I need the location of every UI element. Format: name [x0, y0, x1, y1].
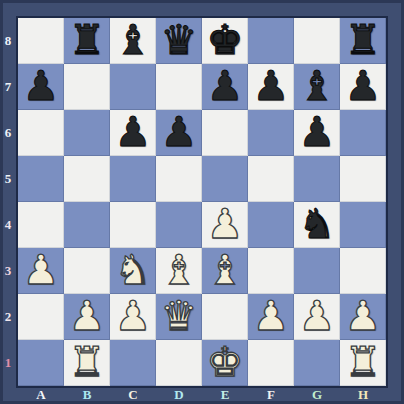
square-a2[interactable]	[18, 294, 64, 340]
square-a1[interactable]	[18, 340, 64, 386]
square-b5[interactable]	[64, 156, 110, 202]
rank-label-8: 8	[0, 18, 16, 64]
square-e8[interactable]: ♚	[202, 18, 248, 64]
piece-white-bishop-d3[interactable]: ♝	[161, 248, 198, 293]
chess-board: ♜♝♛♚♜♟♟♟♝♟♟♟♟♟♞♟♞♝♝♟♟♛♟♟♟♜♚♜	[18, 18, 386, 386]
square-h4[interactable]	[340, 202, 386, 248]
square-e7[interactable]: ♟	[202, 64, 248, 110]
piece-black-pawn-f7[interactable]: ♟	[253, 64, 290, 109]
piece-white-pawn-c2[interactable]: ♟	[115, 294, 152, 339]
square-g3[interactable]	[294, 248, 340, 294]
square-b1[interactable]: ♜	[64, 340, 110, 386]
square-a7[interactable]: ♟	[18, 64, 64, 110]
rank-label-2: 2	[0, 294, 16, 340]
square-c8[interactable]: ♝	[110, 18, 156, 64]
square-f5[interactable]	[248, 156, 294, 202]
square-e1[interactable]: ♚	[202, 340, 248, 386]
piece-white-king-e1[interactable]: ♚	[207, 340, 244, 385]
square-f6[interactable]	[248, 110, 294, 156]
square-d7[interactable]	[156, 64, 202, 110]
piece-black-knight-g4[interactable]: ♞	[299, 202, 336, 247]
square-c6[interactable]: ♟	[110, 110, 156, 156]
square-a8[interactable]	[18, 18, 64, 64]
square-h1[interactable]: ♜	[340, 340, 386, 386]
square-e3[interactable]: ♝	[202, 248, 248, 294]
piece-black-king-e8[interactable]: ♚	[207, 18, 244, 63]
square-g8[interactable]	[294, 18, 340, 64]
square-h7[interactable]: ♟	[340, 64, 386, 110]
square-b3[interactable]	[64, 248, 110, 294]
piece-black-queen-d8[interactable]: ♛	[161, 18, 198, 63]
square-b6[interactable]	[64, 110, 110, 156]
square-d4[interactable]	[156, 202, 202, 248]
square-d1[interactable]	[156, 340, 202, 386]
square-f1[interactable]	[248, 340, 294, 386]
square-f2[interactable]: ♟	[248, 294, 294, 340]
square-d5[interactable]	[156, 156, 202, 202]
rank-label-5: 5	[0, 156, 16, 202]
piece-white-pawn-g2[interactable]: ♟	[299, 294, 336, 339]
rank-label-7: 7	[0, 64, 16, 110]
square-g6[interactable]: ♟	[294, 110, 340, 156]
rank-label-6: 6	[0, 110, 16, 156]
piece-white-pawn-e4[interactable]: ♟	[207, 202, 244, 247]
square-e5[interactable]	[202, 156, 248, 202]
square-g4[interactable]: ♞	[294, 202, 340, 248]
square-g1[interactable]	[294, 340, 340, 386]
square-b7[interactable]	[64, 64, 110, 110]
square-f7[interactable]: ♟	[248, 64, 294, 110]
piece-white-knight-c3[interactable]: ♞	[115, 248, 152, 293]
piece-black-pawn-h7[interactable]: ♟	[345, 64, 382, 109]
square-h3[interactable]	[340, 248, 386, 294]
square-f3[interactable]	[248, 248, 294, 294]
square-b2[interactable]: ♟	[64, 294, 110, 340]
square-h8[interactable]: ♜	[340, 18, 386, 64]
square-d8[interactable]: ♛	[156, 18, 202, 64]
file-label-b: B	[64, 386, 110, 404]
square-a3[interactable]: ♟	[18, 248, 64, 294]
piece-black-pawn-e7[interactable]: ♟	[207, 64, 244, 109]
piece-black-bishop-c8[interactable]: ♝	[115, 18, 152, 63]
square-g7[interactable]: ♝	[294, 64, 340, 110]
file-label-f: F	[248, 386, 294, 404]
piece-white-queen-d2[interactable]: ♛	[161, 294, 198, 339]
square-h2[interactable]: ♟	[340, 294, 386, 340]
file-label-e: E	[202, 386, 248, 404]
piece-white-pawn-b2[interactable]: ♟	[69, 294, 106, 339]
rank-label-1: 1	[0, 340, 16, 386]
square-g2[interactable]: ♟	[294, 294, 340, 340]
file-label-g: G	[294, 386, 340, 404]
square-e2[interactable]	[202, 294, 248, 340]
square-d6[interactable]: ♟	[156, 110, 202, 156]
piece-black-pawn-c6[interactable]: ♟	[115, 110, 152, 155]
square-c1[interactable]	[110, 340, 156, 386]
square-f8[interactable]	[248, 18, 294, 64]
file-label-h: H	[340, 386, 386, 404]
square-c5[interactable]	[110, 156, 156, 202]
square-e4[interactable]: ♟	[202, 202, 248, 248]
piece-black-pawn-d6[interactable]: ♟	[161, 110, 198, 155]
piece-black-bishop-g7[interactable]: ♝	[299, 64, 336, 109]
square-a6[interactable]	[18, 110, 64, 156]
square-h6[interactable]	[340, 110, 386, 156]
square-h5[interactable]	[340, 156, 386, 202]
square-a4[interactable]	[18, 202, 64, 248]
square-d2[interactable]: ♛	[156, 294, 202, 340]
file-label-c: C	[110, 386, 156, 404]
chess-diagram: ♜♝♛♚♜♟♟♟♝♟♟♟♟♟♞♟♞♝♝♟♟♛♟♟♟♜♚♜ 87654321 AB…	[0, 0, 404, 404]
rank-label-4: 4	[0, 202, 16, 248]
square-g5[interactable]	[294, 156, 340, 202]
square-d3[interactable]: ♝	[156, 248, 202, 294]
square-c3[interactable]: ♞	[110, 248, 156, 294]
piece-black-rook-b8[interactable]: ♜	[69, 18, 106, 63]
piece-black-pawn-g6[interactable]: ♟	[299, 110, 336, 155]
square-c2[interactable]: ♟	[110, 294, 156, 340]
square-e6[interactable]	[202, 110, 248, 156]
piece-white-rook-h1[interactable]: ♜	[345, 340, 382, 385]
piece-white-pawn-a3[interactable]: ♟	[23, 248, 60, 293]
piece-white-pawn-f2[interactable]: ♟	[253, 294, 290, 339]
square-b8[interactable]: ♜	[64, 18, 110, 64]
piece-white-pawn-h2[interactable]: ♟	[345, 294, 382, 339]
square-c7[interactable]	[110, 64, 156, 110]
board-frame: ♜♝♛♚♜♟♟♟♝♟♟♟♟♟♞♟♞♝♝♟♟♛♟♟♟♜♚♜	[16, 16, 388, 388]
rank-label-3: 3	[0, 248, 16, 294]
file-label-d: D	[156, 386, 202, 404]
square-a5[interactable]	[18, 156, 64, 202]
piece-black-pawn-a7[interactable]: ♟	[23, 64, 60, 109]
square-b4[interactable]	[64, 202, 110, 248]
square-f4[interactable]	[248, 202, 294, 248]
piece-white-bishop-e3[interactable]: ♝	[207, 248, 244, 293]
piece-white-rook-b1[interactable]: ♜	[69, 340, 106, 385]
piece-black-rook-h8[interactable]: ♜	[345, 18, 382, 63]
square-c4[interactable]	[110, 202, 156, 248]
file-label-a: A	[18, 386, 64, 404]
